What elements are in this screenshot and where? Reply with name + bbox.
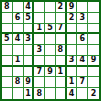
cell-r6c6[interactable]	[56, 56, 67, 67]
sudoku-grid: 84296523157543638134979189171842	[2, 2, 99, 99]
cell-r6c9[interactable]: 9	[88, 56, 99, 67]
cell-r5c6[interactable]: 8	[56, 45, 67, 56]
cell-r5c4[interactable]: 3	[34, 45, 45, 56]
cell-r4c7[interactable]	[67, 34, 78, 45]
cell-r6c2[interactable]: 1	[13, 56, 24, 67]
cell-r6c3[interactable]	[24, 56, 35, 67]
cell-r9c4[interactable]: 8	[34, 88, 45, 99]
cell-r5c7[interactable]	[67, 45, 78, 56]
cell-r1c4[interactable]	[34, 2, 45, 13]
cell-r8c8[interactable]: 7	[77, 77, 88, 88]
cell-r8c9[interactable]	[88, 77, 99, 88]
cell-r1c1[interactable]: 8	[2, 2, 13, 13]
cell-r3c3[interactable]	[24, 24, 35, 35]
cell-r9c5[interactable]	[45, 88, 56, 99]
cell-r9c2[interactable]	[13, 88, 24, 99]
cell-r4c1[interactable]: 5	[2, 34, 13, 45]
cell-r1c8[interactable]	[77, 2, 88, 13]
cell-r8c2[interactable]: 8	[13, 77, 24, 88]
cell-r7c7[interactable]	[67, 67, 78, 78]
cell-r5c5[interactable]	[45, 45, 56, 56]
cell-r3c6[interactable]: 7	[56, 24, 67, 35]
cell-r5c3[interactable]	[24, 45, 35, 56]
cell-r2c3[interactable]: 5	[24, 13, 35, 24]
cell-r1c5[interactable]	[45, 2, 56, 13]
cell-r4c4[interactable]	[34, 34, 45, 45]
cell-r5c2[interactable]	[13, 45, 24, 56]
cell-r6c8[interactable]: 4	[77, 56, 88, 67]
cell-r7c9[interactable]	[88, 67, 99, 78]
cell-r3c8[interactable]	[77, 24, 88, 35]
cell-r8c4[interactable]	[34, 77, 45, 88]
cell-r6c5[interactable]	[45, 56, 56, 67]
cell-r1c9[interactable]	[88, 2, 99, 13]
cell-r8c5[interactable]	[45, 77, 56, 88]
cell-r7c8[interactable]	[77, 67, 88, 78]
cell-r1c7[interactable]: 9	[67, 2, 78, 13]
cell-r9c7[interactable]: 4	[67, 88, 78, 99]
cell-r7c2[interactable]	[13, 67, 24, 78]
cell-r4c9[interactable]	[88, 34, 99, 45]
cell-r3c7[interactable]	[67, 24, 78, 35]
cell-r5c9[interactable]	[88, 45, 99, 56]
cell-r7c5[interactable]: 9	[45, 67, 56, 78]
cell-r9c8[interactable]	[77, 88, 88, 99]
cell-r5c8[interactable]	[77, 45, 88, 56]
cell-r4c8[interactable]: 6	[77, 34, 88, 45]
cell-r8c6[interactable]	[56, 77, 67, 88]
cell-r8c1[interactable]	[2, 77, 13, 88]
cell-r6c7[interactable]: 3	[67, 56, 78, 67]
cell-r2c6[interactable]	[56, 13, 67, 24]
cell-r3c1[interactable]	[2, 24, 13, 35]
cell-r4c5[interactable]	[45, 34, 56, 45]
cell-r3c2[interactable]	[13, 24, 24, 35]
cell-r7c1[interactable]	[2, 67, 13, 78]
cell-r7c6[interactable]: 1	[56, 67, 67, 78]
cell-r1c2[interactable]	[13, 2, 24, 13]
cell-r3c5[interactable]: 5	[45, 24, 56, 35]
cell-r1c6[interactable]: 2	[56, 2, 67, 13]
cell-r2c1[interactable]	[2, 13, 13, 24]
cell-r3c4[interactable]: 1	[34, 24, 45, 35]
cell-r9c6[interactable]	[56, 88, 67, 99]
cell-r2c7[interactable]: 2	[67, 13, 78, 24]
cell-r4c2[interactable]: 4	[13, 34, 24, 45]
cell-r1c3[interactable]: 4	[24, 2, 35, 13]
cell-r6c4[interactable]	[34, 56, 45, 67]
cell-r8c7[interactable]: 1	[67, 77, 78, 88]
cell-r2c9[interactable]	[88, 13, 99, 24]
cell-r6c1[interactable]	[2, 56, 13, 67]
cell-r5c1[interactable]	[2, 45, 13, 56]
cell-r4c6[interactable]	[56, 34, 67, 45]
sudoku-board: 84296523157543638134979189171842	[0, 0, 101, 101]
cell-r9c1[interactable]	[2, 88, 13, 99]
cell-r9c3[interactable]: 1	[24, 88, 35, 99]
cell-r2c5[interactable]	[45, 13, 56, 24]
cell-r2c8[interactable]: 3	[77, 13, 88, 24]
cell-r2c2[interactable]: 6	[13, 13, 24, 24]
cell-r4c3[interactable]: 3	[24, 34, 35, 45]
cell-r9c9[interactable]: 2	[88, 88, 99, 99]
cell-r3c9[interactable]	[88, 24, 99, 35]
cell-r7c4[interactable]: 7	[34, 67, 45, 78]
cell-r7c3[interactable]	[24, 67, 35, 78]
cell-r2c4[interactable]	[34, 13, 45, 24]
cell-r8c3[interactable]: 9	[24, 77, 35, 88]
